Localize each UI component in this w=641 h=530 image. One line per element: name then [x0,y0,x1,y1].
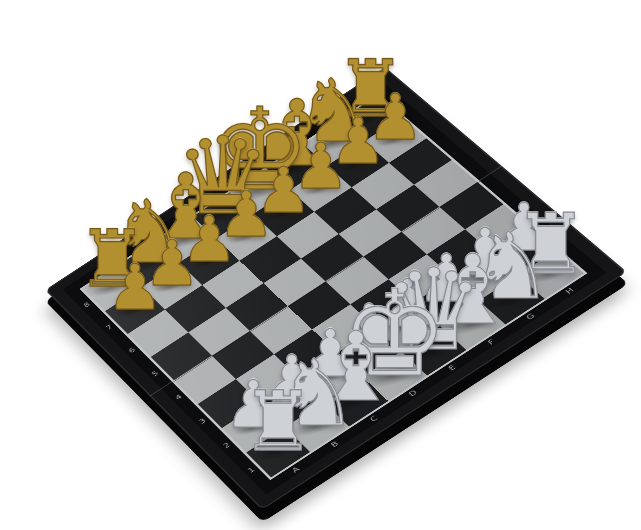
chessboard-grid [83,96,584,478]
board-frame: A1B2C3D4E5F6G7H8 [45,67,627,510]
chess-set-photo: A1B2C3D4E5F6G7H8 ♜♟♞♟♝♟♚♟♛♟♝♟♟♞♜♟♟♜♞♟♟♝♟… [0,0,641,530]
file-label-d: D [407,389,418,398]
board-plane: A1B2C3D4E5F6G7H8 [45,67,627,510]
rank-label-4: 4 [174,393,183,401]
file-label-b: B [329,440,339,448]
rank-label-7: 7 [105,324,114,332]
file-label-a: A [290,465,300,473]
file-label-f: F [486,338,496,346]
rank-label-3: 3 [198,417,207,425]
playing-surface [80,93,588,480]
rank-label-8: 8 [82,301,91,308]
rank-label-5: 5 [150,370,159,378]
file-label-g: G [525,312,536,321]
file-label-c: C [368,414,378,422]
file-label-h: H [564,287,575,295]
rank-label-2: 2 [222,441,232,449]
file-label-e: E [447,364,457,372]
rank-label-1: 1 [246,466,256,474]
rank-label-6: 6 [127,346,136,354]
